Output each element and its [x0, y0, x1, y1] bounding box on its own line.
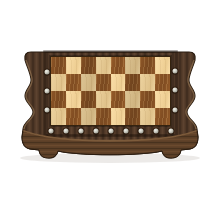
board-square-r2c8	[155, 74, 170, 91]
product-photo-chess-case	[0, 0, 220, 220]
board-square-r4c3	[81, 108, 96, 125]
board-square-r1c3	[81, 57, 96, 74]
board-square-r1c7	[140, 57, 155, 74]
board-square-r2c5	[111, 74, 126, 91]
board-square-r3c2	[66, 91, 81, 108]
board-square-r2c4	[96, 74, 111, 91]
board-square-r3c8	[155, 91, 170, 108]
board-square-r1c8	[155, 57, 170, 74]
board-square-r1c6	[125, 57, 140, 74]
board-square-r3c6	[125, 91, 140, 108]
board-square-r3c1	[51, 91, 66, 108]
board-square-r4c4	[96, 108, 111, 125]
board-square-r2c1	[51, 74, 66, 91]
board-square-r1c4	[96, 57, 111, 74]
chess-board	[50, 56, 171, 126]
board-square-r4c2	[66, 108, 81, 125]
board-square-r4c8	[155, 108, 170, 125]
board-square-r2c2	[66, 74, 81, 91]
board-square-r4c1	[51, 108, 66, 125]
board-square-r1c5	[111, 57, 126, 74]
board-square-r3c5	[111, 91, 126, 108]
board-square-r3c7	[140, 91, 155, 108]
board-square-r4c7	[140, 108, 155, 125]
board-square-r2c6	[125, 74, 140, 91]
board-square-r1c1	[51, 57, 66, 74]
board-square-r3c4	[96, 91, 111, 108]
board-square-r2c7	[140, 74, 155, 91]
board-square-r1c2	[66, 57, 81, 74]
board-square-r3c3	[81, 91, 96, 108]
board-square-r4c5	[111, 108, 126, 125]
board-square-r2c3	[81, 74, 96, 91]
board-square-r4c6	[125, 108, 140, 125]
